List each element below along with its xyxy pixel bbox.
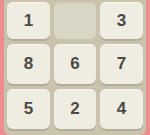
puzzle-screen: 1 3 8 6 7 5 2 4 — [0, 0, 150, 135]
tile-8[interactable]: 8 — [7, 44, 50, 84]
tile-3[interactable]: 3 — [100, 2, 143, 39]
tile-2[interactable]: 2 — [54, 89, 96, 129]
tile-6[interactable]: 6 — [54, 44, 96, 84]
tile-4[interactable]: 4 — [100, 89, 143, 129]
tile-1[interactable]: 1 — [7, 2, 50, 39]
puzzle-grid: 1 3 8 6 7 5 2 4 — [4, 0, 146, 133]
puzzle-board: 1 3 8 6 7 5 2 4 — [4, 0, 146, 135]
tile-5[interactable]: 5 — [7, 89, 50, 129]
tile-7[interactable]: 7 — [100, 44, 143, 84]
empty-slot — [54, 2, 96, 39]
